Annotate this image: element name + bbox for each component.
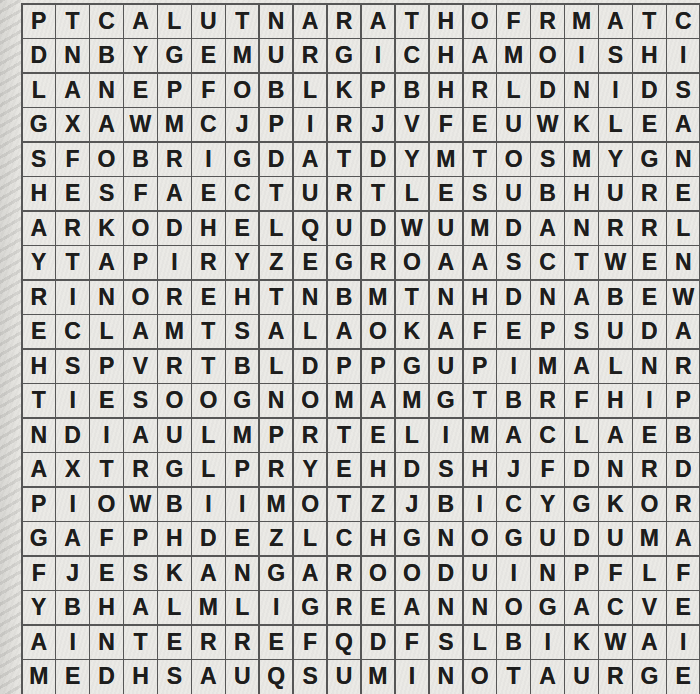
grid-cell[interactable]: D	[23, 39, 55, 72]
grid-cell[interactable]: R	[328, 5, 360, 38]
grid-cell[interactable]: M	[192, 591, 224, 624]
grid-cell[interactable]: S	[23, 143, 55, 176]
grid-cell[interactable]: R	[158, 281, 190, 314]
grid-cell[interactable]: A	[90, 108, 122, 141]
grid-cell[interactable]: C	[328, 522, 360, 555]
grid-cell[interactable]: R	[328, 557, 360, 590]
grid-cell[interactable]: F	[497, 5, 529, 38]
grid-cell[interactable]: E	[260, 626, 292, 659]
grid-cell[interactable]: U	[497, 177, 529, 210]
grid-cell[interactable]: S	[56, 350, 88, 383]
grid-cell[interactable]: D	[362, 626, 394, 659]
grid-cell[interactable]: D	[667, 453, 699, 486]
grid-cell[interactable]: A	[124, 5, 156, 38]
grid-cell[interactable]: R	[192, 246, 224, 279]
grid-cell[interactable]: A	[565, 350, 597, 383]
grid-cell[interactable]: K	[158, 557, 190, 590]
grid-cell[interactable]: N	[565, 74, 597, 107]
grid-cell[interactable]: D	[56, 419, 88, 452]
grid-cell[interactable]: F	[90, 522, 122, 555]
grid-cell[interactable]: F	[192, 74, 224, 107]
grid-cell[interactable]: O	[90, 488, 122, 521]
grid-cell[interactable]: G	[294, 591, 326, 624]
grid-cell[interactable]: L	[633, 557, 665, 590]
grid-cell[interactable]: Q	[294, 212, 326, 245]
grid-cell[interactable]: R	[599, 660, 631, 693]
grid-cell[interactable]: I	[158, 246, 190, 279]
grid-cell[interactable]: N	[430, 591, 462, 624]
grid-cell[interactable]: R	[56, 212, 88, 245]
grid-cell[interactable]: O	[362, 557, 394, 590]
grid-cell[interactable]: P	[158, 74, 190, 107]
grid-cell[interactable]: Y	[23, 591, 55, 624]
grid-cell[interactable]: C	[192, 108, 224, 141]
grid-cell[interactable]: Y	[124, 39, 156, 72]
grid-cell[interactable]: N	[531, 281, 563, 314]
grid-cell[interactable]: N	[430, 281, 462, 314]
grid-cell[interactable]: D	[497, 212, 529, 245]
grid-cell[interactable]: B	[226, 350, 258, 383]
grid-cell[interactable]: O	[464, 522, 496, 555]
grid-cell[interactable]: B	[497, 384, 529, 417]
grid-cell[interactable]: I	[226, 488, 258, 521]
grid-cell[interactable]: G	[23, 522, 55, 555]
grid-cell[interactable]: F	[124, 177, 156, 210]
grid-cell[interactable]: T	[260, 281, 292, 314]
grid-cell[interactable]: B	[158, 488, 190, 521]
grid-cell[interactable]: H	[430, 39, 462, 72]
grid-cell[interactable]: M	[362, 281, 394, 314]
grid-cell[interactable]: U	[599, 315, 631, 348]
grid-cell[interactable]: M	[565, 143, 597, 176]
grid-cell[interactable]: Z	[260, 522, 292, 555]
grid-cell[interactable]: P	[226, 453, 258, 486]
grid-cell[interactable]: F	[464, 315, 496, 348]
grid-cell[interactable]: R	[633, 177, 665, 210]
grid-cell[interactable]: B	[667, 419, 699, 452]
grid-cell[interactable]: A	[667, 315, 699, 348]
grid-cell[interactable]: E	[633, 419, 665, 452]
grid-cell[interactable]: D	[362, 143, 394, 176]
grid-cell[interactable]: L	[260, 350, 292, 383]
grid-cell[interactable]: B	[90, 39, 122, 72]
grid-cell[interactable]: L	[396, 177, 428, 210]
grid-cell[interactable]: W	[599, 246, 631, 279]
grid-cell[interactable]: A	[565, 591, 597, 624]
grid-cell[interactable]: D	[90, 660, 122, 693]
grid-cell[interactable]: W	[599, 626, 631, 659]
grid-cell[interactable]: Y	[396, 143, 428, 176]
grid-cell[interactable]: E	[226, 522, 258, 555]
grid-cell[interactable]: N	[294, 281, 326, 314]
grid-cell[interactable]: D	[633, 315, 665, 348]
grid-cell[interactable]: E	[633, 108, 665, 141]
grid-cell[interactable]: H	[464, 281, 496, 314]
grid-cell[interactable]: M	[226, 419, 258, 452]
grid-cell[interactable]: A	[531, 212, 563, 245]
grid-cell[interactable]: F	[23, 557, 55, 590]
grid-cell[interactable]: H	[362, 453, 394, 486]
grid-cell[interactable]: E	[56, 177, 88, 210]
grid-cell[interactable]: C	[90, 5, 122, 38]
grid-cell[interactable]: N	[430, 522, 462, 555]
grid-cell[interactable]: R	[23, 281, 55, 314]
grid-cell[interactable]: K	[565, 108, 597, 141]
grid-cell[interactable]: L	[565, 419, 597, 452]
grid-cell[interactable]: A	[362, 384, 394, 417]
grid-cell[interactable]: A	[328, 315, 360, 348]
grid-cell[interactable]: W	[396, 212, 428, 245]
grid-cell[interactable]: I	[667, 626, 699, 659]
grid-cell[interactable]: A	[23, 453, 55, 486]
grid-cell[interactable]: A	[294, 5, 326, 38]
grid-cell[interactable]: L	[667, 212, 699, 245]
grid-cell[interactable]: U	[192, 5, 224, 38]
grid-cell[interactable]: X	[56, 453, 88, 486]
grid-cell[interactable]: D	[531, 74, 563, 107]
grid-cell[interactable]: C	[497, 488, 529, 521]
grid-cell[interactable]: A	[667, 522, 699, 555]
grid-cell[interactable]: J	[497, 453, 529, 486]
grid-cell[interactable]: H	[23, 177, 55, 210]
grid-cell[interactable]: C	[667, 5, 699, 38]
grid-cell[interactable]: A	[362, 5, 394, 38]
grid-cell[interactable]: E	[294, 246, 326, 279]
grid-cell[interactable]: E	[192, 39, 224, 72]
grid-cell[interactable]: T	[633, 5, 665, 38]
grid-cell[interactable]: M	[430, 143, 462, 176]
grid-cell[interactable]: R	[328, 177, 360, 210]
grid-cell[interactable]: L	[294, 522, 326, 555]
grid-cell[interactable]: N	[23, 419, 55, 452]
grid-cell[interactable]: I	[396, 660, 428, 693]
grid-cell[interactable]: N	[464, 591, 496, 624]
grid-cell[interactable]: R	[294, 39, 326, 72]
grid-cell[interactable]: N	[531, 557, 563, 590]
grid-cell[interactable]: D	[192, 522, 224, 555]
grid-cell[interactable]: E	[362, 591, 394, 624]
grid-cell[interactable]: C	[531, 419, 563, 452]
grid-cell[interactable]: S	[565, 315, 597, 348]
grid-cell[interactable]: E	[667, 177, 699, 210]
grid-cell[interactable]: W	[124, 108, 156, 141]
grid-cell[interactable]: U	[294, 177, 326, 210]
grid-cell[interactable]: N	[90, 626, 122, 659]
grid-cell[interactable]: R	[633, 212, 665, 245]
grid-cell[interactable]: O	[396, 246, 428, 279]
grid-cell[interactable]: L	[497, 74, 529, 107]
grid-cell[interactable]: M	[158, 315, 190, 348]
grid-cell[interactable]: S	[124, 384, 156, 417]
grid-cell[interactable]: O	[362, 315, 394, 348]
grid-cell[interactable]: J	[226, 108, 258, 141]
grid-cell[interactable]: U	[430, 350, 462, 383]
grid-cell[interactable]: I	[56, 384, 88, 417]
grid-cell[interactable]: H	[124, 660, 156, 693]
grid-cell[interactable]: A	[599, 5, 631, 38]
grid-cell[interactable]: O	[464, 5, 496, 38]
grid-cell[interactable]: A	[158, 177, 190, 210]
grid-cell[interactable]: L	[464, 626, 496, 659]
grid-cell[interactable]: L	[90, 315, 122, 348]
grid-cell[interactable]: T	[56, 5, 88, 38]
grid-cell[interactable]: O	[192, 384, 224, 417]
grid-cell[interactable]: O	[464, 660, 496, 693]
grid-cell[interactable]: I	[260, 591, 292, 624]
grid-cell[interactable]: Y	[294, 453, 326, 486]
grid-cell[interactable]: D	[294, 350, 326, 383]
grid-cell[interactable]: B	[497, 626, 529, 659]
grid-cell[interactable]: C	[599, 591, 631, 624]
grid-cell[interactable]: T	[464, 143, 496, 176]
grid-cell[interactable]: H	[565, 177, 597, 210]
grid-cell[interactable]: G	[226, 143, 258, 176]
grid-cell[interactable]: S	[124, 557, 156, 590]
grid-cell[interactable]: T	[328, 488, 360, 521]
grid-cell[interactable]: P	[260, 419, 292, 452]
grid-cell[interactable]: U	[464, 557, 496, 590]
grid-cell[interactable]: E	[633, 246, 665, 279]
grid-cell[interactable]: T	[23, 384, 55, 417]
grid-cell[interactable]: E	[362, 419, 394, 452]
grid-cell[interactable]: H	[226, 281, 258, 314]
grid-cell[interactable]: L	[226, 591, 258, 624]
grid-cell[interactable]: A	[464, 39, 496, 72]
grid-cell[interactable]: Z	[260, 246, 292, 279]
grid-cell[interactable]: T	[56, 246, 88, 279]
grid-cell[interactable]: D	[633, 74, 665, 107]
grid-cell[interactable]: H	[158, 522, 190, 555]
grid-cell[interactable]: P	[565, 557, 597, 590]
grid-cell[interactable]: T	[464, 384, 496, 417]
grid-cell[interactable]: O	[124, 212, 156, 245]
grid-cell[interactable]: M	[396, 384, 428, 417]
grid-cell[interactable]: A	[192, 557, 224, 590]
grid-cell[interactable]: D	[260, 143, 292, 176]
grid-cell[interactable]: L	[158, 5, 190, 38]
grid-cell[interactable]: A	[192, 660, 224, 693]
grid-cell[interactable]: P	[23, 5, 55, 38]
grid-cell[interactable]: G	[430, 384, 462, 417]
grid-cell[interactable]: O	[396, 557, 428, 590]
grid-cell[interactable]: R	[531, 384, 563, 417]
grid-cell[interactable]: S	[90, 177, 122, 210]
grid-cell[interactable]: S	[497, 246, 529, 279]
grid-cell[interactable]: S	[464, 177, 496, 210]
grid-cell[interactable]: E	[90, 557, 122, 590]
grid-cell[interactable]: M	[362, 660, 394, 693]
grid-cell[interactable]: R	[633, 453, 665, 486]
grid-cell[interactable]: I	[531, 626, 563, 659]
grid-cell[interactable]: N	[633, 350, 665, 383]
grid-cell[interactable]: K	[90, 212, 122, 245]
grid-cell[interactable]: R	[464, 74, 496, 107]
grid-cell[interactable]: U	[328, 660, 360, 693]
grid-cell[interactable]: O	[633, 488, 665, 521]
grid-cell[interactable]: D	[497, 281, 529, 314]
grid-cell[interactable]: D	[565, 453, 597, 486]
grid-cell[interactable]: R	[599, 212, 631, 245]
grid-cell[interactable]: C	[396, 39, 428, 72]
grid-cell[interactable]: M	[260, 488, 292, 521]
grid-cell[interactable]: G	[226, 384, 258, 417]
grid-cell[interactable]: H	[362, 522, 394, 555]
grid-cell[interactable]: A	[124, 315, 156, 348]
grid-cell[interactable]: A	[56, 522, 88, 555]
grid-cell[interactable]: D	[362, 212, 394, 245]
grid-cell[interactable]: A	[23, 212, 55, 245]
grid-cell[interactable]: U	[531, 522, 563, 555]
grid-cell[interactable]: G	[158, 453, 190, 486]
grid-cell[interactable]: O	[124, 281, 156, 314]
grid-cell[interactable]: H	[90, 591, 122, 624]
grid-cell[interactable]: U	[599, 522, 631, 555]
grid-cell[interactable]: L	[23, 74, 55, 107]
grid-cell[interactable]: L	[260, 212, 292, 245]
grid-cell[interactable]: I	[667, 39, 699, 72]
grid-cell[interactable]: I	[633, 384, 665, 417]
grid-cell[interactable]: U	[599, 177, 631, 210]
grid-cell[interactable]: E	[226, 212, 258, 245]
grid-cell[interactable]: M	[158, 108, 190, 141]
grid-cell[interactable]: Q	[260, 660, 292, 693]
grid-cell[interactable]: H	[430, 5, 462, 38]
grid-cell[interactable]: R	[328, 108, 360, 141]
grid-cell[interactable]: G	[328, 246, 360, 279]
grid-cell[interactable]: M	[464, 419, 496, 452]
grid-cell[interactable]: U	[565, 660, 597, 693]
grid-cell[interactable]: G	[396, 350, 428, 383]
grid-cell[interactable]: I	[497, 557, 529, 590]
grid-cell[interactable]: R	[260, 453, 292, 486]
grid-cell[interactable]: G	[531, 591, 563, 624]
grid-cell[interactable]: Y	[531, 488, 563, 521]
grid-cell[interactable]: N	[56, 39, 88, 72]
grid-cell[interactable]: N	[260, 5, 292, 38]
grid-cell[interactable]: O	[497, 143, 529, 176]
grid-cell[interactable]: O	[294, 488, 326, 521]
grid-cell[interactable]: A	[599, 419, 631, 452]
grid-cell[interactable]: F	[599, 557, 631, 590]
grid-cell[interactable]: R	[667, 488, 699, 521]
grid-cell[interactable]: C	[56, 315, 88, 348]
grid-cell[interactable]: T	[124, 626, 156, 659]
grid-cell[interactable]: T	[90, 453, 122, 486]
grid-cell[interactable]: P	[667, 384, 699, 417]
grid-cell[interactable]: T	[396, 281, 428, 314]
grid-cell[interactable]: A	[124, 419, 156, 452]
grid-cell[interactable]: R	[158, 350, 190, 383]
grid-cell[interactable]: O	[294, 384, 326, 417]
grid-cell[interactable]: A	[90, 246, 122, 279]
grid-cell[interactable]: U	[430, 212, 462, 245]
grid-cell[interactable]: A	[633, 626, 665, 659]
grid-cell[interactable]: H	[633, 39, 665, 72]
grid-cell[interactable]: A	[23, 626, 55, 659]
grid-cell[interactable]: R	[124, 453, 156, 486]
grid-cell[interactable]: J	[362, 108, 394, 141]
grid-cell[interactable]: I	[497, 350, 529, 383]
grid-cell[interactable]: T	[260, 177, 292, 210]
grid-cell[interactable]: D	[565, 522, 597, 555]
grid-cell[interactable]: I	[464, 488, 496, 521]
grid-cell[interactable]: H	[430, 74, 462, 107]
grid-cell[interactable]: A	[294, 143, 326, 176]
grid-cell[interactable]: Y	[599, 143, 631, 176]
grid-cell[interactable]: K	[328, 74, 360, 107]
grid-cell[interactable]: E	[90, 384, 122, 417]
grid-cell[interactable]: A	[260, 315, 292, 348]
grid-cell[interactable]: D	[158, 212, 190, 245]
grid-cell[interactable]: N	[565, 212, 597, 245]
grid-cell[interactable]: N	[260, 384, 292, 417]
grid-cell[interactable]: V	[633, 591, 665, 624]
grid-cell[interactable]: L	[192, 453, 224, 486]
grid-cell[interactable]: W	[531, 108, 563, 141]
grid-cell[interactable]: N	[599, 453, 631, 486]
grid-cell[interactable]: K	[396, 315, 428, 348]
grid-cell[interactable]: N	[667, 246, 699, 279]
grid-cell[interactable]: G	[328, 39, 360, 72]
grid-cell[interactable]: S	[226, 315, 258, 348]
grid-cell[interactable]: E	[158, 626, 190, 659]
grid-cell[interactable]: G	[260, 557, 292, 590]
grid-cell[interactable]: N	[90, 74, 122, 107]
grid-cell[interactable]: I	[362, 39, 394, 72]
grid-cell[interactable]: P	[531, 315, 563, 348]
grid-cell[interactable]: I	[56, 281, 88, 314]
grid-cell[interactable]: A	[294, 557, 326, 590]
grid-cell[interactable]: H	[23, 350, 55, 383]
grid-cell[interactable]: P	[328, 350, 360, 383]
grid-cell[interactable]: A	[124, 591, 156, 624]
grid-cell[interactable]: E	[633, 281, 665, 314]
grid-cell[interactable]: H	[192, 212, 224, 245]
grid-cell[interactable]: J	[56, 557, 88, 590]
grid-cell[interactable]: F	[396, 626, 428, 659]
grid-cell[interactable]: V	[124, 350, 156, 383]
grid-cell[interactable]: F	[565, 384, 597, 417]
grid-cell[interactable]: T	[565, 246, 597, 279]
grid-cell[interactable]: I	[56, 488, 88, 521]
grid-cell[interactable]: Y	[23, 246, 55, 279]
grid-cell[interactable]: U	[328, 212, 360, 245]
grid-cell[interactable]: I	[56, 626, 88, 659]
grid-cell[interactable]: E	[667, 591, 699, 624]
grid-cell[interactable]: I	[565, 39, 597, 72]
grid-cell[interactable]: T	[192, 350, 224, 383]
grid-cell[interactable]: B	[396, 74, 428, 107]
grid-cell[interactable]: L	[396, 419, 428, 452]
grid-cell[interactable]: B	[260, 74, 292, 107]
grid-cell[interactable]: Y	[226, 246, 258, 279]
grid-cell[interactable]: A	[497, 419, 529, 452]
grid-cell[interactable]: E	[328, 453, 360, 486]
grid-cell[interactable]: R	[158, 143, 190, 176]
grid-cell[interactable]: B	[531, 177, 563, 210]
grid-cell[interactable]: M	[497, 39, 529, 72]
grid-cell[interactable]: R	[294, 419, 326, 452]
grid-cell[interactable]: E	[430, 177, 462, 210]
grid-cell[interactable]: T	[328, 419, 360, 452]
grid-cell[interactable]: E	[56, 660, 88, 693]
grid-cell[interactable]: N	[430, 660, 462, 693]
grid-cell[interactable]: N	[90, 281, 122, 314]
grid-cell[interactable]: F	[294, 626, 326, 659]
grid-cell[interactable]: T	[328, 143, 360, 176]
grid-cell[interactable]: O	[90, 143, 122, 176]
grid-cell[interactable]: D	[430, 557, 462, 590]
